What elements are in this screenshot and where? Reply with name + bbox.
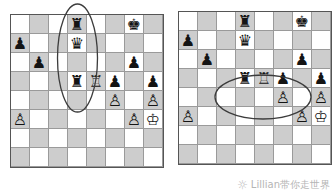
square-g7: [125, 34, 144, 53]
square-e6: [255, 50, 274, 69]
square-b1: [198, 145, 217, 164]
square-g4: [125, 91, 144, 110]
black-rook: ♜: [238, 69, 252, 88]
square-a1: [179, 145, 198, 164]
square-f2: [106, 129, 125, 148]
square-d8: ♜: [68, 15, 87, 34]
square-a6: [179, 50, 198, 69]
white-rook: ♖: [257, 69, 271, 88]
square-c2: [217, 126, 236, 145]
square-h7: [144, 34, 163, 53]
square-a2: [179, 126, 198, 145]
square-f3: [106, 110, 125, 129]
square-g2: [125, 129, 144, 148]
square-e1: [87, 148, 106, 167]
white-pawn: ♙: [108, 91, 122, 110]
black-pawn: ♟: [13, 34, 27, 53]
square-a7: ♟: [11, 34, 30, 53]
square-a1: [11, 148, 30, 167]
square-h1: [144, 148, 163, 167]
black-pawn: ♟: [127, 53, 141, 72]
white-pawn: ♙: [181, 107, 195, 126]
square-h4: ♙: [312, 88, 331, 107]
square-c7: [217, 31, 236, 50]
square-h1: [312, 145, 331, 164]
square-e8: [87, 15, 106, 34]
square-f7: [274, 31, 293, 50]
watermark: ☼ Lillian带你走世界: [237, 178, 330, 192]
square-b6: ♟: [198, 50, 217, 69]
square-g3: ♙: [293, 107, 312, 126]
square-f5: ♟: [106, 72, 125, 91]
square-h3: ♔: [144, 110, 163, 129]
square-d7: ♛: [236, 31, 255, 50]
square-f3: [274, 107, 293, 126]
square-f6: [106, 53, 125, 72]
square-e4: [255, 88, 274, 107]
square-h7: [312, 31, 331, 50]
square-a6: [11, 53, 30, 72]
black-pawn: ♟: [32, 53, 46, 72]
square-d2: [236, 126, 255, 145]
square-b2: [30, 129, 49, 148]
square-g1: [293, 145, 312, 164]
square-h4: ♙: [144, 91, 163, 110]
square-b6: ♟: [30, 53, 49, 72]
square-d6: [68, 53, 87, 72]
black-pawn: ♟: [181, 31, 195, 50]
square-b7: [198, 31, 217, 50]
square-d6: [236, 50, 255, 69]
square-h6: [144, 53, 163, 72]
square-h2: [144, 129, 163, 148]
square-a7: ♟: [179, 31, 198, 50]
square-b5: [198, 69, 217, 88]
square-e5: ♖: [255, 69, 274, 88]
square-a5: [179, 69, 198, 88]
square-e3: [87, 110, 106, 129]
black-queen: ♛: [238, 31, 252, 50]
square-e1: [255, 145, 274, 164]
square-e4: [87, 91, 106, 110]
square-h8: [312, 12, 331, 31]
white-king: ♔: [314, 107, 328, 126]
square-d1: [236, 145, 255, 164]
square-f1: [274, 145, 293, 164]
square-b3: [198, 107, 217, 126]
square-c7: [49, 34, 68, 53]
square-f4: ♙: [274, 88, 293, 107]
square-g8: ♚: [293, 12, 312, 31]
square-a8: [179, 12, 198, 31]
square-g7: [293, 31, 312, 50]
square-a5: [11, 72, 30, 91]
square-c6: [217, 50, 236, 69]
square-b8: [198, 12, 217, 31]
square-g2: [293, 126, 312, 145]
white-rook: ♖: [89, 72, 103, 91]
chess-board-left: ♜♚♟♛♟♟♜♖♟♟♙♙♙♙♔: [10, 14, 164, 168]
square-b4: [30, 91, 49, 110]
square-e2: [87, 129, 106, 148]
square-d3: [68, 110, 87, 129]
white-pawn: ♙: [127, 110, 141, 129]
square-c1: [217, 145, 236, 164]
square-c2: [49, 129, 68, 148]
sun-icon: ☼: [237, 178, 248, 192]
black-rook: ♜: [70, 72, 84, 91]
square-b2: [198, 126, 217, 145]
square-d5: ♜: [236, 69, 255, 88]
square-a8: [11, 15, 30, 34]
square-d4: [236, 88, 255, 107]
square-b5: [30, 72, 49, 91]
black-rook: ♜: [70, 15, 84, 34]
white-pawn: ♙: [276, 88, 290, 107]
square-h8: [144, 15, 163, 34]
square-d3: [236, 107, 255, 126]
black-pawn: ♟: [295, 50, 309, 69]
black-king: ♚: [295, 12, 309, 31]
square-b7: [30, 34, 49, 53]
chess-board-right: ♜♚♟♛♟♟♜♖♟♟♙♙♙♙♔: [178, 11, 332, 165]
square-c5: [217, 69, 236, 88]
square-f8: [106, 15, 125, 34]
square-g6: ♟: [125, 53, 144, 72]
square-c8: [217, 12, 236, 31]
black-pawn: ♟: [108, 72, 122, 91]
square-h5: ♟: [312, 69, 331, 88]
square-d1: [68, 148, 87, 167]
square-b1: [30, 148, 49, 167]
square-e7: [87, 34, 106, 53]
square-e3: [255, 107, 274, 126]
square-d7: ♛: [68, 34, 87, 53]
square-a4: [179, 88, 198, 107]
square-e6: [87, 53, 106, 72]
white-king: ♔: [146, 110, 160, 129]
square-f5: ♟: [274, 69, 293, 88]
black-pawn: ♟: [276, 69, 290, 88]
square-a4: [11, 91, 30, 110]
square-g6: ♟: [293, 50, 312, 69]
square-h3: ♔: [312, 107, 331, 126]
square-g5: [293, 69, 312, 88]
white-pawn: ♙: [314, 88, 328, 107]
square-h5: ♟: [144, 72, 163, 91]
square-d8: ♜: [236, 12, 255, 31]
square-e7: [255, 31, 274, 50]
square-d4: [68, 91, 87, 110]
white-pawn: ♙: [146, 91, 160, 110]
white-pawn: ♙: [295, 107, 309, 126]
black-queen: ♛: [70, 34, 84, 53]
square-c4: [217, 88, 236, 107]
square-c3: [217, 107, 236, 126]
square-f7: [106, 34, 125, 53]
square-e8: [255, 12, 274, 31]
page: ♜♚♟♛♟♟♜♖♟♟♙♙♙♙♔ ♜♚♟♛♟♟♜♖♟♟♙♙♙♙♔ ☼ Lillia…: [0, 0, 335, 195]
black-pawn: ♟: [200, 50, 214, 69]
square-h6: [312, 50, 331, 69]
square-d5: ♜: [68, 72, 87, 91]
square-g8: ♚: [125, 15, 144, 34]
square-f8: [274, 12, 293, 31]
square-a3: ♙: [179, 107, 198, 126]
square-f1: [106, 148, 125, 167]
square-b3: [30, 110, 49, 129]
square-c3: [49, 110, 68, 129]
square-e5: ♖: [87, 72, 106, 91]
square-e2: [255, 126, 274, 145]
square-c1: [49, 148, 68, 167]
black-pawn: ♟: [314, 69, 328, 88]
square-g1: [125, 148, 144, 167]
square-f6: [274, 50, 293, 69]
square-b4: [198, 88, 217, 107]
square-g5: [125, 72, 144, 91]
square-h2: [312, 126, 331, 145]
square-c8: [49, 15, 68, 34]
watermark-text: Lillian带你走世界: [251, 178, 330, 192]
square-c6: [49, 53, 68, 72]
square-f2: [274, 126, 293, 145]
square-c5: [49, 72, 68, 91]
square-g3: ♙: [125, 110, 144, 129]
white-pawn: ♙: [13, 110, 27, 129]
square-f4: ♙: [106, 91, 125, 110]
square-c4: [49, 91, 68, 110]
square-a2: [11, 129, 30, 148]
black-rook: ♜: [238, 12, 252, 31]
square-a3: ♙: [11, 110, 30, 129]
black-king: ♚: [127, 15, 141, 34]
square-b8: [30, 15, 49, 34]
square-g4: [293, 88, 312, 107]
black-pawn: ♟: [146, 72, 160, 91]
square-d2: [68, 129, 87, 148]
